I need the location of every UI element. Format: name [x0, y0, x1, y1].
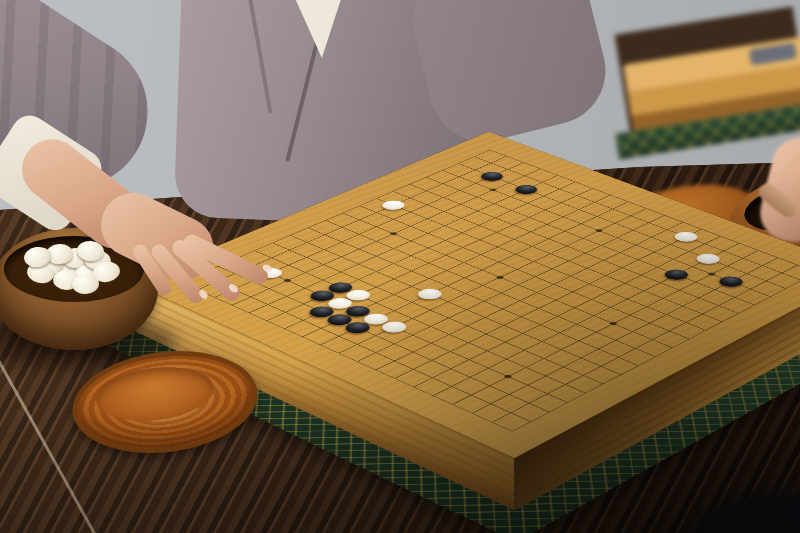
- bowl-stone: [72, 274, 100, 295]
- photo-stage: [0, 0, 800, 533]
